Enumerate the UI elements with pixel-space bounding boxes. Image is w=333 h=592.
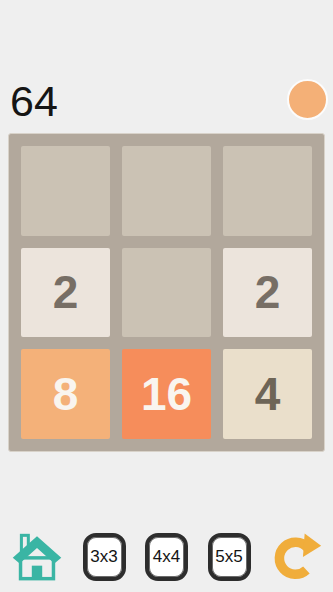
tile-cell-r0c0 xyxy=(21,146,110,236)
restart-icon xyxy=(270,529,322,585)
toolbar: 3x3 4x4 5x5 xyxy=(0,526,333,588)
grid-size-4x4-button[interactable]: 4x4 xyxy=(145,533,188,581)
grid-size-5x5-button[interactable]: 5x5 xyxy=(208,533,251,581)
tile-cell-r2c0: 8 xyxy=(21,349,110,439)
home-button[interactable] xyxy=(11,528,63,586)
tile-cell-r0c2 xyxy=(223,146,312,236)
tile-cell-r2c2: 4 xyxy=(223,349,312,439)
home-icon xyxy=(11,529,63,585)
tile-cell-r2c1: 16 xyxy=(122,349,211,439)
game-board[interactable]: 2 2 8 16 4 xyxy=(8,133,325,452)
score-value: 64 xyxy=(10,80,58,122)
tile-cell-r1c1 xyxy=(122,248,211,338)
grid-size-3x3-button[interactable]: 3x3 xyxy=(83,533,126,581)
tile-cell-r0c1 xyxy=(122,146,211,236)
next-tile-indicator[interactable] xyxy=(287,79,328,120)
restart-button[interactable] xyxy=(270,528,322,586)
tile-cell-r1c2: 2 xyxy=(223,248,312,338)
app-screen: 64 2 2 8 16 4 3x3 4x4 xyxy=(0,0,333,592)
tile-cell-r1c0: 2 xyxy=(21,248,110,338)
